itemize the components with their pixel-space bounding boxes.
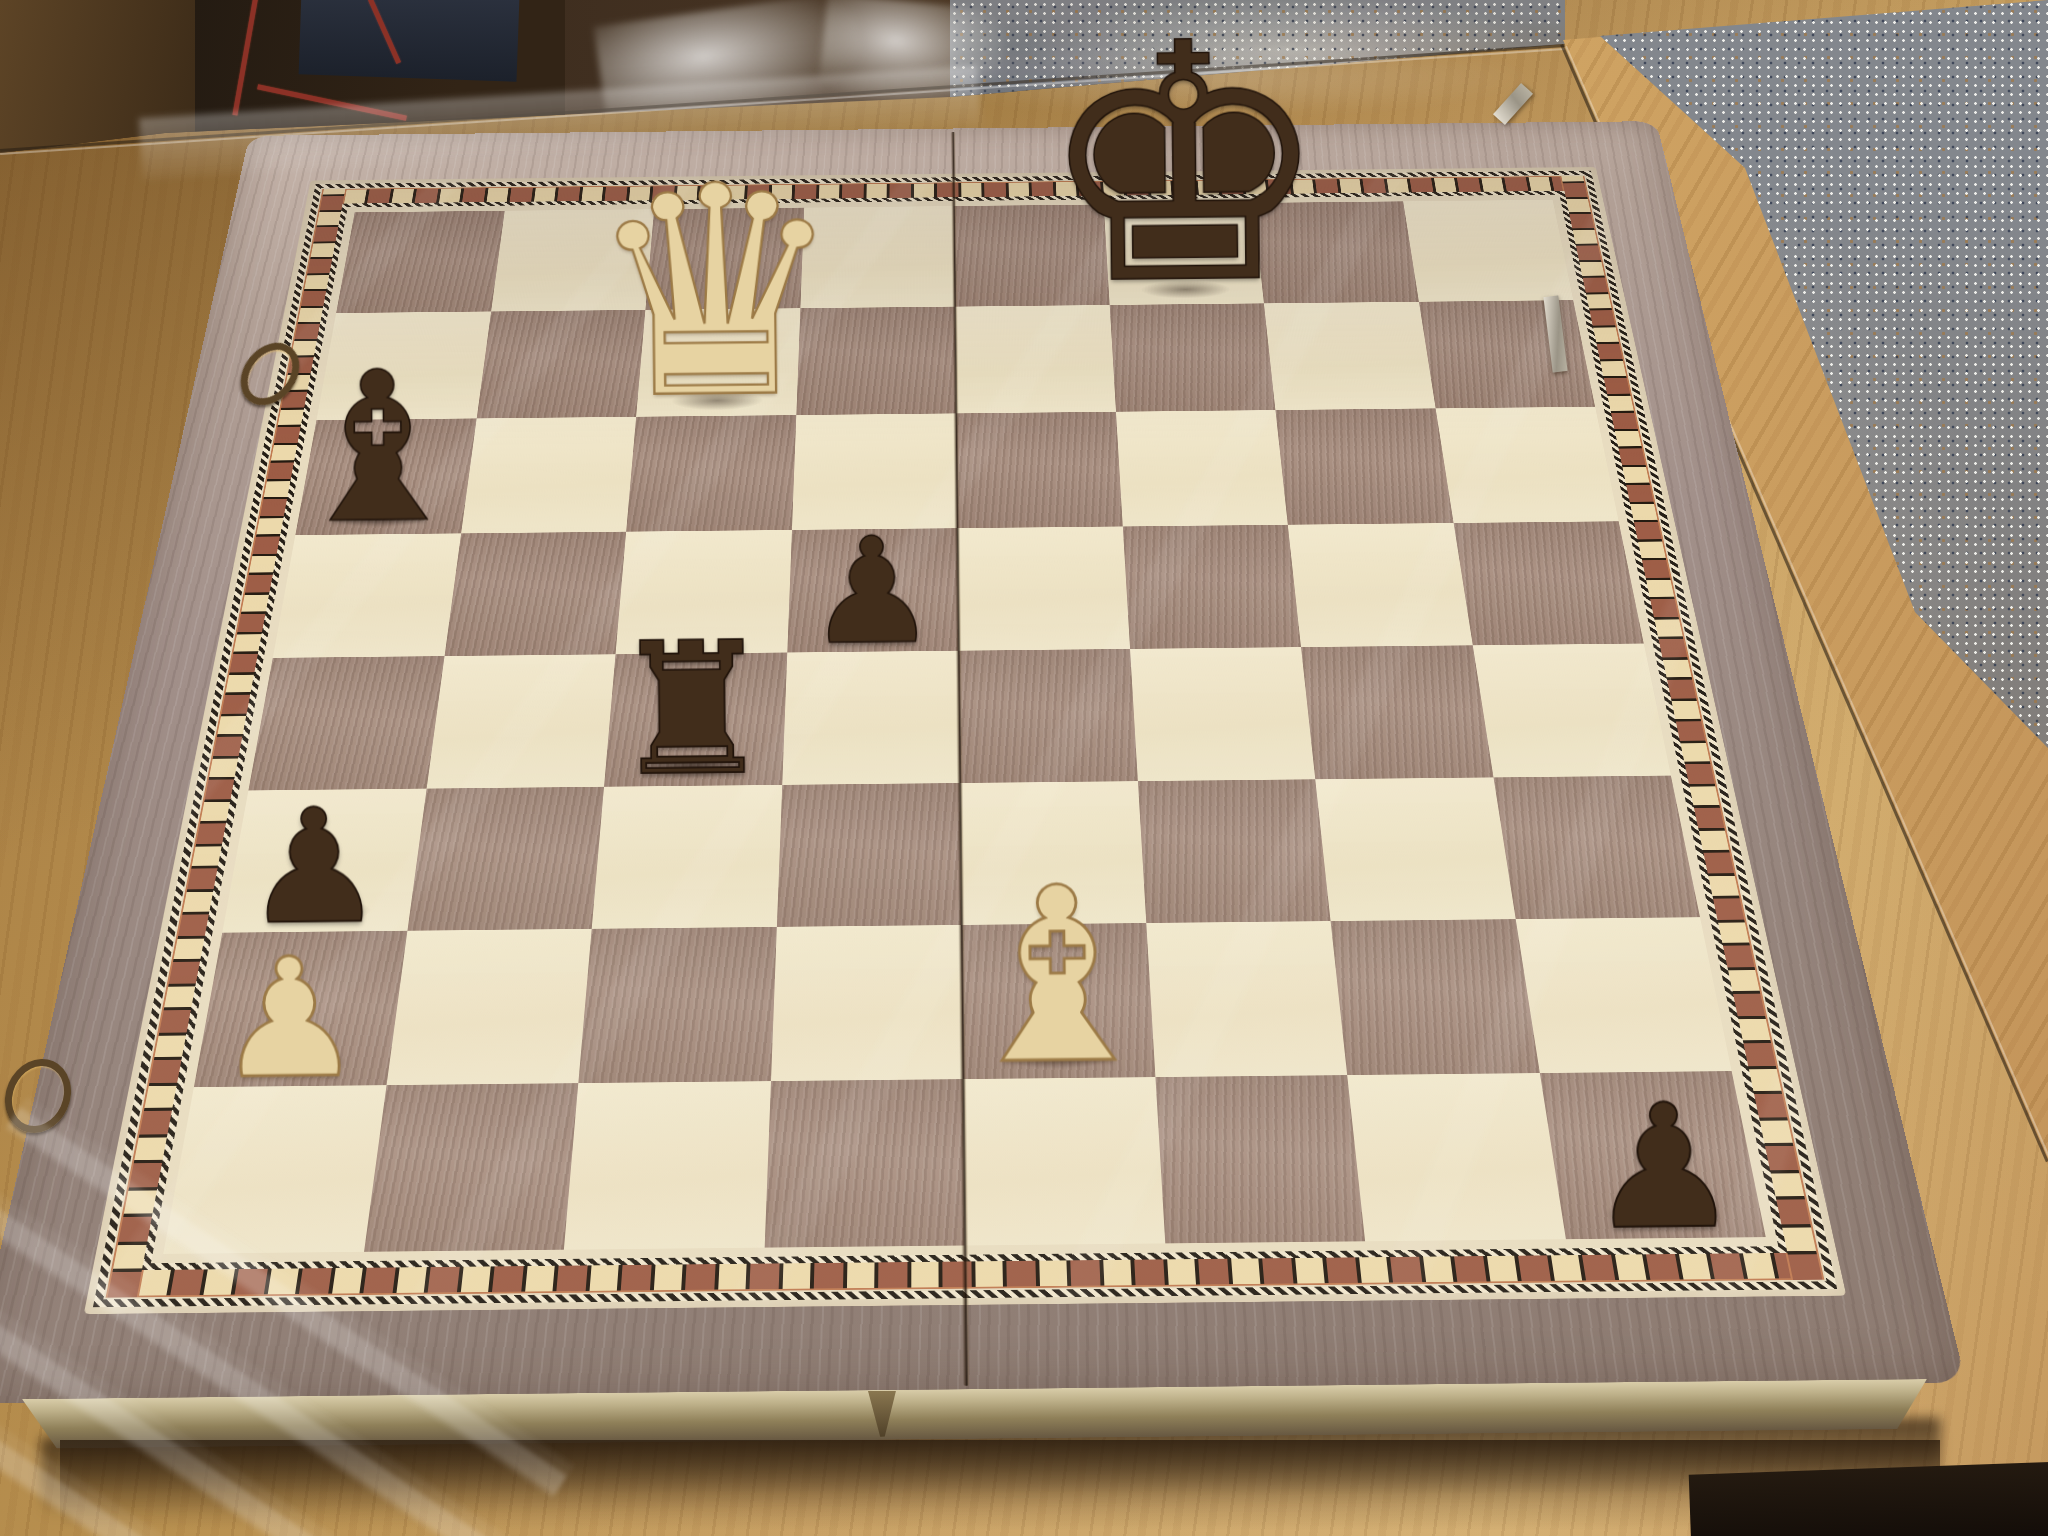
square-c5 (616, 530, 792, 655)
square-d7 (796, 306, 956, 415)
square-e2 (961, 923, 1155, 1079)
square-e7 (955, 305, 1116, 414)
square-a8 (336, 211, 504, 313)
board-field (84, 167, 1847, 1314)
square-h5 (1453, 521, 1644, 645)
square-c6 (626, 415, 796, 531)
square-h2 (1515, 917, 1731, 1072)
square-d8 (800, 206, 955, 308)
square-e3 (960, 781, 1146, 925)
square-f5 (1122, 524, 1301, 648)
square-b8 (491, 209, 654, 311)
square-d6 (792, 413, 957, 529)
square-a7 (316, 311, 490, 420)
square-f7 (1109, 303, 1275, 412)
square-c2 (578, 927, 776, 1083)
square-a5 (273, 533, 461, 658)
square-g7 (1264, 302, 1435, 411)
chessboard: ♚♛♝♟♜♟♟♝♟ (0, 121, 1966, 1403)
square-c4 (604, 652, 787, 786)
square-c8 (645, 208, 803, 310)
square-h4 (1472, 644, 1670, 778)
square-g2 (1331, 919, 1540, 1075)
square-f4 (1130, 647, 1316, 781)
square-b1 (364, 1083, 579, 1252)
square-b3 (407, 786, 604, 930)
square-e4 (958, 649, 1137, 783)
square-h1 (1539, 1071, 1765, 1240)
square-b5 (444, 531, 626, 656)
under-board-shadow (60, 1440, 1940, 1530)
square-g5 (1288, 523, 1473, 647)
square-g4 (1301, 645, 1493, 779)
chessboard-group: ♚♛♝♟♜♟♟♝♟ (0, 0, 2048, 1536)
square-a6 (295, 418, 476, 534)
square-c7 (636, 308, 800, 417)
square-h7 (1419, 300, 1596, 409)
square-b7 (476, 310, 645, 419)
square-h3 (1493, 775, 1700, 919)
square-g6 (1275, 408, 1453, 524)
square-a4 (248, 656, 444, 790)
square-d3 (776, 783, 961, 927)
square-e1 (963, 1077, 1165, 1246)
square-f1 (1155, 1075, 1365, 1244)
square-f6 (1116, 410, 1288, 526)
square-h8 (1403, 200, 1573, 302)
square-d2 (771, 925, 963, 1081)
square-d4 (782, 651, 960, 785)
square-a3 (222, 788, 426, 932)
square-g3 (1315, 777, 1515, 921)
square-f2 (1146, 921, 1347, 1077)
photo-scene: ♚♛♝♟♜♟♟♝♟ (0, 0, 2048, 1536)
square-b6 (461, 417, 636, 533)
square-e6 (956, 412, 1123, 528)
square-b2 (386, 929, 592, 1085)
board-grid (163, 200, 1765, 1254)
square-b4 (426, 654, 615, 788)
square-g8 (1253, 201, 1418, 303)
square-d5 (787, 528, 958, 653)
square-h6 (1435, 407, 1618, 523)
square-c3 (592, 785, 782, 929)
square-f3 (1137, 779, 1330, 923)
square-a1 (163, 1085, 386, 1254)
square-a2 (194, 931, 407, 1087)
square-f8 (1103, 203, 1264, 305)
square-g1 (1347, 1073, 1565, 1242)
square-d1 (764, 1079, 964, 1248)
square-c1 (564, 1081, 771, 1250)
square-e8 (954, 205, 1110, 307)
bottom-right-shadow (1689, 1461, 2048, 1536)
square-e5 (957, 526, 1130, 651)
